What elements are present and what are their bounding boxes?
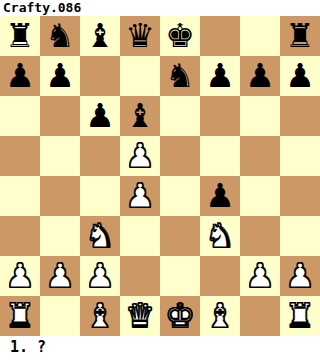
piece-black-pawn: ♟: [5, 56, 35, 96]
square-b3[interactable]: [40, 216, 80, 256]
square-d4[interactable]: ♟: [120, 176, 160, 216]
square-c7[interactable]: [80, 56, 120, 96]
piece-white-knight: ♞: [85, 216, 115, 256]
square-g1[interactable]: [240, 296, 280, 336]
square-a5[interactable]: [0, 136, 40, 176]
square-e1[interactable]: ♚: [160, 296, 200, 336]
square-a6[interactable]: [0, 96, 40, 136]
square-f1[interactable]: ♝: [200, 296, 240, 336]
square-b4[interactable]: [40, 176, 80, 216]
piece-black-pawn: ♟: [205, 176, 235, 216]
square-f8[interactable]: [200, 16, 240, 56]
square-f4[interactable]: ♟: [200, 176, 240, 216]
square-g8[interactable]: [240, 16, 280, 56]
piece-black-knight: ♞: [165, 56, 195, 96]
piece-black-pawn: ♟: [45, 56, 75, 96]
square-c5[interactable]: [80, 136, 120, 176]
square-h4[interactable]: [280, 176, 320, 216]
piece-white-king: ♚: [165, 296, 195, 336]
square-b1[interactable]: [40, 296, 80, 336]
piece-black-bishop: ♝: [85, 16, 115, 56]
square-g7[interactable]: ♟: [240, 56, 280, 96]
square-c2[interactable]: ♟: [80, 256, 120, 296]
piece-black-pawn: ♟: [285, 56, 315, 96]
square-a4[interactable]: [0, 176, 40, 216]
piece-white-queen: ♛: [125, 296, 155, 336]
square-d3[interactable]: [120, 216, 160, 256]
square-e3[interactable]: [160, 216, 200, 256]
square-c3[interactable]: ♞: [80, 216, 120, 256]
piece-black-rook: ♜: [5, 16, 35, 56]
piece-white-pawn: ♟: [125, 176, 155, 216]
piece-white-pawn: ♟: [245, 256, 275, 296]
square-a3[interactable]: [0, 216, 40, 256]
square-e4[interactable]: [160, 176, 200, 216]
piece-white-rook: ♜: [285, 296, 315, 336]
piece-white-pawn: ♟: [285, 256, 315, 296]
square-c4[interactable]: [80, 176, 120, 216]
square-g6[interactable]: [240, 96, 280, 136]
square-b6[interactable]: [40, 96, 80, 136]
square-f2[interactable]: [200, 256, 240, 296]
square-c8[interactable]: ♝: [80, 16, 120, 56]
square-h1[interactable]: ♜: [280, 296, 320, 336]
piece-white-pawn: ♟: [85, 256, 115, 296]
square-a7[interactable]: ♟: [0, 56, 40, 96]
square-c1[interactable]: ♝: [80, 296, 120, 336]
piece-black-pawn: ♟: [205, 56, 235, 96]
square-d7[interactable]: [120, 56, 160, 96]
square-h2[interactable]: ♟: [280, 256, 320, 296]
square-g3[interactable]: [240, 216, 280, 256]
square-e7[interactable]: ♞: [160, 56, 200, 96]
square-a1[interactable]: ♜: [0, 296, 40, 336]
piece-white-pawn: ♟: [5, 256, 35, 296]
window-title: Crafty.086: [0, 0, 320, 16]
square-d1[interactable]: ♛: [120, 296, 160, 336]
square-f6[interactable]: [200, 96, 240, 136]
square-b8[interactable]: ♞: [40, 16, 80, 56]
square-f5[interactable]: [200, 136, 240, 176]
square-e6[interactable]: [160, 96, 200, 136]
piece-white-bishop: ♝: [205, 296, 235, 336]
piece-black-knight: ♞: [45, 16, 75, 56]
piece-white-knight: ♞: [205, 216, 235, 256]
square-a2[interactable]: ♟: [0, 256, 40, 296]
square-g4[interactable]: [240, 176, 280, 216]
piece-white-pawn: ♟: [125, 136, 155, 176]
piece-black-pawn: ♟: [85, 96, 115, 136]
square-e5[interactable]: [160, 136, 200, 176]
square-a8[interactable]: ♜: [0, 16, 40, 56]
chess-app-window: Crafty.086 ♜♞♝♛♚♜♟♟♞♟♟♟♟♝♟♟♟♞♞♟♟♟♟♟♜♝♛♚♝…: [0, 0, 320, 360]
square-b2[interactable]: ♟: [40, 256, 80, 296]
square-d5[interactable]: ♟: [120, 136, 160, 176]
piece-black-bishop: ♝: [125, 96, 155, 136]
piece-white-bishop: ♝: [85, 296, 115, 336]
square-e2[interactable]: [160, 256, 200, 296]
square-h5[interactable]: [280, 136, 320, 176]
piece-black-pawn: ♟: [245, 56, 275, 96]
square-h6[interactable]: [280, 96, 320, 136]
square-b5[interactable]: [40, 136, 80, 176]
square-f7[interactable]: ♟: [200, 56, 240, 96]
piece-black-rook: ♜: [285, 16, 315, 56]
piece-black-queen: ♛: [125, 16, 155, 56]
square-h3[interactable]: [280, 216, 320, 256]
square-c6[interactable]: ♟: [80, 96, 120, 136]
square-g5[interactable]: [240, 136, 280, 176]
move-prompt: 1. ?: [0, 336, 320, 360]
square-e8[interactable]: ♚: [160, 16, 200, 56]
square-d6[interactable]: ♝: [120, 96, 160, 136]
piece-white-pawn: ♟: [45, 256, 75, 296]
square-f3[interactable]: ♞: [200, 216, 240, 256]
square-h7[interactable]: ♟: [280, 56, 320, 96]
piece-black-king: ♚: [165, 16, 195, 56]
square-b7[interactable]: ♟: [40, 56, 80, 96]
chess-board: ♜♞♝♛♚♜♟♟♞♟♟♟♟♝♟♟♟♞♞♟♟♟♟♟♜♝♛♚♝♜: [0, 16, 320, 336]
square-g2[interactable]: ♟: [240, 256, 280, 296]
square-h8[interactable]: ♜: [280, 16, 320, 56]
square-d8[interactable]: ♛: [120, 16, 160, 56]
square-d2[interactable]: [120, 256, 160, 296]
piece-white-rook: ♜: [5, 296, 35, 336]
